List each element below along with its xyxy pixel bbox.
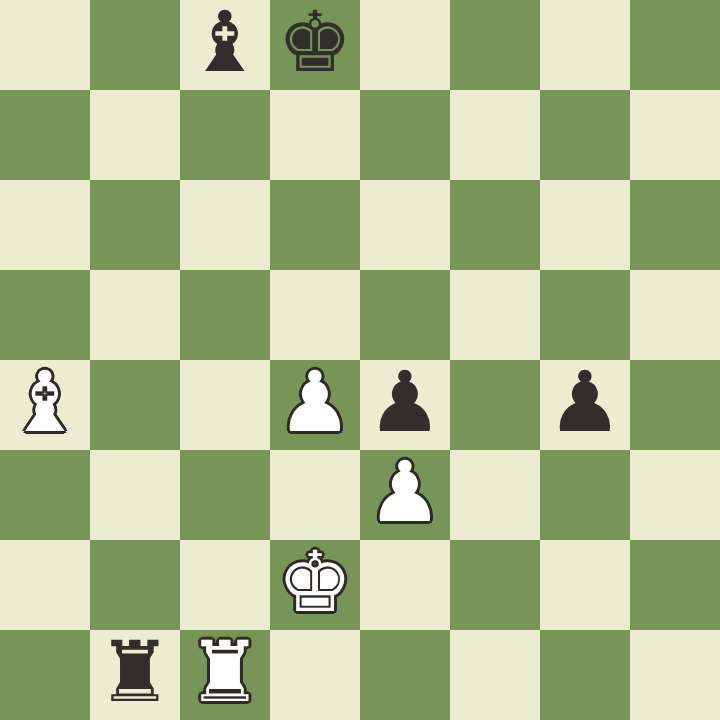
square-b2[interactable] [90, 540, 180, 630]
piece-black-pawn[interactable]: ♟ [547, 357, 622, 447]
square-f3[interactable] [450, 450, 540, 540]
piece-black-king[interactable]: ♚ [277, 0, 352, 87]
piece-black-bishop[interactable]: ♝ [187, 0, 262, 87]
piece-white-pawn[interactable]: ♟ [277, 357, 352, 447]
square-g1[interactable] [540, 630, 630, 720]
piece-black-rook[interactable]: ♜ [97, 627, 172, 717]
square-a1[interactable] [0, 630, 90, 720]
square-e4[interactable]: ♟ [360, 360, 450, 450]
square-d5[interactable] [270, 270, 360, 360]
square-a4[interactable]: ♝ [0, 360, 90, 450]
square-e2[interactable] [360, 540, 450, 630]
square-f5[interactable] [450, 270, 540, 360]
square-a7[interactable] [0, 90, 90, 180]
square-b8[interactable] [90, 0, 180, 90]
square-a6[interactable] [0, 180, 90, 270]
square-f2[interactable] [450, 540, 540, 630]
square-g8[interactable] [540, 0, 630, 90]
piece-white-bishop[interactable]: ♝ [7, 357, 82, 447]
square-c6[interactable] [180, 180, 270, 270]
square-c1[interactable]: ♜ [180, 630, 270, 720]
square-b4[interactable] [90, 360, 180, 450]
square-f4[interactable] [450, 360, 540, 450]
square-f8[interactable] [450, 0, 540, 90]
square-c2[interactable] [180, 540, 270, 630]
square-g3[interactable] [540, 450, 630, 540]
square-g7[interactable] [540, 90, 630, 180]
square-c7[interactable] [180, 90, 270, 180]
square-d2[interactable]: ♚ [270, 540, 360, 630]
square-e1[interactable] [360, 630, 450, 720]
square-e6[interactable] [360, 180, 450, 270]
square-d1[interactable] [270, 630, 360, 720]
square-f1[interactable] [450, 630, 540, 720]
square-h3[interactable] [630, 450, 720, 540]
square-b3[interactable] [90, 450, 180, 540]
square-h1[interactable] [630, 630, 720, 720]
square-c3[interactable] [180, 450, 270, 540]
square-a8[interactable] [0, 0, 90, 90]
square-h6[interactable] [630, 180, 720, 270]
square-f7[interactable] [450, 90, 540, 180]
square-f6[interactable] [450, 180, 540, 270]
piece-black-pawn[interactable]: ♟ [367, 357, 442, 447]
square-c5[interactable] [180, 270, 270, 360]
square-d4[interactable]: ♟ [270, 360, 360, 450]
square-a2[interactable] [0, 540, 90, 630]
square-a3[interactable] [0, 450, 90, 540]
square-d6[interactable] [270, 180, 360, 270]
square-e5[interactable] [360, 270, 450, 360]
square-a5[interactable] [0, 270, 90, 360]
piece-white-pawn[interactable]: ♟ [367, 447, 442, 537]
square-d7[interactable] [270, 90, 360, 180]
square-b7[interactable] [90, 90, 180, 180]
square-g6[interactable] [540, 180, 630, 270]
square-b6[interactable] [90, 180, 180, 270]
square-g2[interactable] [540, 540, 630, 630]
square-e3[interactable]: ♟ [360, 450, 450, 540]
square-e8[interactable] [360, 0, 450, 90]
square-h2[interactable] [630, 540, 720, 630]
square-e7[interactable] [360, 90, 450, 180]
piece-white-king[interactable]: ♚ [277, 537, 352, 627]
square-g5[interactable] [540, 270, 630, 360]
square-h4[interactable] [630, 360, 720, 450]
square-c8[interactable]: ♝ [180, 0, 270, 90]
square-b1[interactable]: ♜ [90, 630, 180, 720]
square-c4[interactable] [180, 360, 270, 450]
chess-board: ♝♚♝♟♟♟♟♚♜♜ [0, 0, 720, 720]
piece-white-rook[interactable]: ♜ [187, 627, 262, 717]
square-h5[interactable] [630, 270, 720, 360]
square-d3[interactable] [270, 450, 360, 540]
square-h7[interactable] [630, 90, 720, 180]
square-b5[interactable] [90, 270, 180, 360]
square-d8[interactable]: ♚ [270, 0, 360, 90]
square-h8[interactable] [630, 0, 720, 90]
square-g4[interactable]: ♟ [540, 360, 630, 450]
